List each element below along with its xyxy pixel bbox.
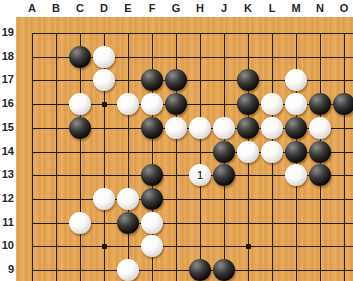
- grid-line-vertical: [80, 33, 81, 281]
- col-label-K: K: [240, 2, 256, 14]
- row-label-11: 11: [0, 216, 14, 228]
- stone-white-D17[interactable]: [93, 69, 115, 91]
- stone-black-M15[interactable]: [285, 117, 307, 139]
- grid-line-vertical: [32, 33, 33, 281]
- stone-white-F10[interactable]: [141, 235, 163, 257]
- col-label-O: O: [336, 2, 352, 14]
- grid-line-vertical: [200, 33, 201, 281]
- stone-white-N15[interactable]: [309, 117, 331, 139]
- go-board[interactable]: 1: [16, 17, 353, 281]
- stone-white-H13[interactable]: 1: [189, 164, 211, 186]
- stone-black-H9[interactable]: [189, 259, 211, 281]
- grid-line-vertical: [56, 33, 57, 281]
- grid-line-horizontal: [32, 246, 353, 247]
- row-label-15: 15: [0, 121, 14, 133]
- star-point-D16: [102, 102, 107, 107]
- stone-white-M16[interactable]: [285, 93, 307, 115]
- stone-white-K14[interactable]: [237, 141, 259, 163]
- move-number-label: 1: [189, 164, 211, 186]
- col-label-G: G: [168, 2, 184, 14]
- stone-white-F16[interactable]: [141, 93, 163, 115]
- col-label-J: J: [216, 2, 232, 14]
- grid-line-horizontal: [32, 33, 353, 34]
- stone-black-E11[interactable]: [117, 212, 139, 234]
- stone-black-J13[interactable]: [213, 164, 235, 186]
- star-point-K10: [246, 244, 251, 249]
- stone-black-F15[interactable]: [141, 117, 163, 139]
- grid-line-vertical: [128, 33, 129, 281]
- row-label-19: 19: [0, 26, 14, 38]
- stone-black-O16[interactable]: [333, 93, 353, 115]
- go-app-screen: ABCDEFGHJKLMNO 191817161514131211109 1: [0, 0, 353, 281]
- stone-black-J9[interactable]: [213, 259, 235, 281]
- stone-white-G15[interactable]: [165, 117, 187, 139]
- stone-black-G16[interactable]: [165, 93, 187, 115]
- row-label-14: 14: [0, 145, 14, 157]
- stone-white-M13[interactable]: [285, 164, 307, 186]
- row-label-9: 9: [0, 263, 14, 275]
- stone-black-K16[interactable]: [237, 93, 259, 115]
- stone-white-J15[interactable]: [213, 117, 235, 139]
- stone-white-L14[interactable]: [261, 141, 283, 163]
- col-label-N: N: [312, 2, 328, 14]
- stone-black-C18[interactable]: [69, 46, 91, 68]
- stone-white-D12[interactable]: [93, 188, 115, 210]
- stone-black-N13[interactable]: [309, 164, 331, 186]
- row-label-17: 17: [0, 73, 14, 85]
- stone-black-F13[interactable]: [141, 164, 163, 186]
- stone-white-F11[interactable]: [141, 212, 163, 234]
- col-label-D: D: [96, 2, 112, 14]
- row-label-18: 18: [0, 50, 14, 62]
- col-label-M: M: [288, 2, 304, 14]
- col-label-C: C: [72, 2, 88, 14]
- stone-black-K15[interactable]: [237, 117, 259, 139]
- col-label-L: L: [264, 2, 280, 14]
- stone-white-C16[interactable]: [69, 93, 91, 115]
- stone-white-H15[interactable]: [189, 117, 211, 139]
- col-label-B: B: [48, 2, 64, 14]
- col-label-E: E: [120, 2, 136, 14]
- row-label-10: 10: [0, 239, 14, 251]
- stone-white-L16[interactable]: [261, 93, 283, 115]
- stone-white-E9[interactable]: [117, 259, 139, 281]
- stone-white-E16[interactable]: [117, 93, 139, 115]
- stone-black-F17[interactable]: [141, 69, 163, 91]
- stone-black-J14[interactable]: [213, 141, 235, 163]
- stone-black-C15[interactable]: [69, 117, 91, 139]
- stone-black-N16[interactable]: [309, 93, 331, 115]
- col-label-H: H: [192, 2, 208, 14]
- stone-white-C11[interactable]: [69, 212, 91, 234]
- stone-white-E12[interactable]: [117, 188, 139, 210]
- stone-black-F12[interactable]: [141, 188, 163, 210]
- grid-line-horizontal: [32, 199, 353, 200]
- grid-line-vertical: [344, 33, 345, 281]
- stone-white-D18[interactable]: [93, 46, 115, 68]
- stone-white-L15[interactable]: [261, 117, 283, 139]
- row-label-12: 12: [0, 192, 14, 204]
- stone-black-M14[interactable]: [285, 141, 307, 163]
- col-label-A: A: [24, 2, 40, 14]
- star-point-D10: [102, 244, 107, 249]
- stone-black-G17[interactable]: [165, 69, 187, 91]
- col-label-F: F: [144, 2, 160, 14]
- row-label-16: 16: [0, 97, 14, 109]
- stone-white-M17[interactable]: [285, 69, 307, 91]
- row-label-13: 13: [0, 168, 14, 180]
- stone-black-K17[interactable]: [237, 69, 259, 91]
- stone-black-N14[interactable]: [309, 141, 331, 163]
